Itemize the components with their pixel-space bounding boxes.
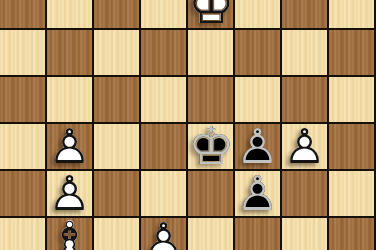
square-d7[interactable] xyxy=(141,0,188,30)
black-pawn-outline-glyph: ♙ xyxy=(235,124,280,169)
square-b3[interactable]: ♟♙ xyxy=(47,171,94,218)
square-e3[interactable] xyxy=(188,171,235,218)
square-h4[interactable] xyxy=(329,124,376,171)
square-a4[interactable] xyxy=(0,124,47,171)
piece-white-pawn[interactable]: ♟♙ xyxy=(47,124,92,169)
black-king-outline-glyph: ♔ xyxy=(188,124,233,169)
piece-white-king[interactable]: ♚♔ xyxy=(188,0,233,28)
square-e6[interactable] xyxy=(188,30,235,77)
piece-black-pawn[interactable]: ♟♙ xyxy=(235,124,280,169)
square-g6[interactable] xyxy=(282,30,329,77)
square-c3[interactable] xyxy=(94,171,141,218)
square-c6[interactable] xyxy=(94,30,141,77)
square-e5[interactable] xyxy=(188,77,235,124)
square-b6[interactable] xyxy=(47,30,94,77)
square-h6[interactable] xyxy=(329,30,376,77)
square-e2[interactable] xyxy=(188,218,235,250)
square-d6[interactable] xyxy=(141,30,188,77)
square-e4[interactable]: ♚♔ xyxy=(188,124,235,171)
piece-black-king[interactable]: ♚♔ xyxy=(188,124,233,169)
square-d3[interactable] xyxy=(141,171,188,218)
white-pawn-outline-glyph: ♙ xyxy=(47,171,92,216)
square-g7[interactable] xyxy=(282,0,329,30)
square-d2[interactable]: ♟♙ xyxy=(141,218,188,250)
square-h3[interactable] xyxy=(329,171,376,218)
piece-white-pawn[interactable]: ♟♙ xyxy=(141,218,186,250)
white-pawn-outline-glyph: ♙ xyxy=(141,218,186,250)
square-f2[interactable] xyxy=(235,218,282,250)
piece-white-pawn[interactable]: ♟♙ xyxy=(282,124,327,169)
square-g5[interactable] xyxy=(282,77,329,124)
square-a3[interactable] xyxy=(0,171,47,218)
square-f7[interactable] xyxy=(235,0,282,30)
square-c4[interactable] xyxy=(94,124,141,171)
piece-white-pawn[interactable]: ♟♙ xyxy=(47,171,92,216)
white-pawn-outline-glyph: ♙ xyxy=(47,124,92,169)
square-h2[interactable] xyxy=(329,218,376,250)
square-g2[interactable] xyxy=(282,218,329,250)
square-f6[interactable] xyxy=(235,30,282,77)
black-pawn-outline-glyph: ♙ xyxy=(235,171,280,216)
square-h5[interactable] xyxy=(329,77,376,124)
square-c5[interactable] xyxy=(94,77,141,124)
square-c2[interactable] xyxy=(94,218,141,250)
square-b5[interactable] xyxy=(47,77,94,124)
piece-white-bishop[interactable]: ♝♗ xyxy=(47,218,92,250)
square-f3[interactable]: ♟♙ xyxy=(235,171,282,218)
square-d4[interactable] xyxy=(141,124,188,171)
square-g3[interactable] xyxy=(282,171,329,218)
square-a5[interactable] xyxy=(0,77,47,124)
chess-board: ♚♔♟♙♚♔♟♙♟♙♟♙♟♙♝♗♟♙ xyxy=(0,0,376,250)
square-b2[interactable]: ♝♗ xyxy=(47,218,94,250)
piece-black-pawn[interactable]: ♟♙ xyxy=(235,171,280,216)
white-bishop-outline-glyph: ♗ xyxy=(47,218,92,250)
white-king-outline-glyph: ♔ xyxy=(188,0,233,28)
square-c7[interactable] xyxy=(94,0,141,30)
square-b4[interactable]: ♟♙ xyxy=(47,124,94,171)
square-a7[interactable] xyxy=(0,0,47,30)
square-g4[interactable]: ♟♙ xyxy=(282,124,329,171)
square-d5[interactable] xyxy=(141,77,188,124)
square-f4[interactable]: ♟♙ xyxy=(235,124,282,171)
white-pawn-outline-glyph: ♙ xyxy=(282,124,327,169)
square-f5[interactable] xyxy=(235,77,282,124)
square-b7[interactable] xyxy=(47,0,94,30)
square-a2[interactable] xyxy=(0,218,47,250)
square-a6[interactable] xyxy=(0,30,47,77)
square-h7[interactable] xyxy=(329,0,376,30)
square-e7[interactable]: ♚♔ xyxy=(188,0,235,30)
